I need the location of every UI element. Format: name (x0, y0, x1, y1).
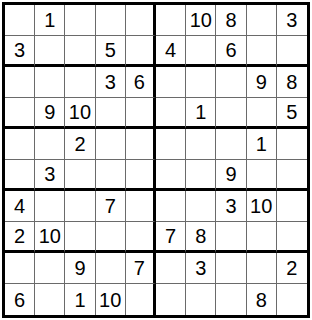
cell-r8c7[interactable]: 8 (186, 222, 216, 253)
cell-r2c4[interactable]: 5 (96, 36, 126, 67)
cell-r1c10[interactable]: 3 (277, 5, 307, 36)
cell-r9c10[interactable]: 2 (277, 253, 307, 284)
cell-r5c1[interactable] (5, 129, 35, 160)
cell-r9c5[interactable]: 7 (126, 253, 156, 284)
cell-r3c7[interactable] (186, 67, 216, 98)
cell-r6c10[interactable] (277, 160, 307, 191)
cell-r3c1[interactable] (5, 67, 35, 98)
cell-r2c2[interactable] (35, 36, 65, 67)
cell-r8c1[interactable]: 2 (5, 222, 35, 253)
cell-r6c4[interactable] (96, 160, 126, 191)
cell-r9c9[interactable] (247, 253, 277, 284)
cell-r3c10[interactable]: 8 (277, 67, 307, 98)
cell-r4c2[interactable]: 9 (35, 98, 65, 129)
cell-r3c4[interactable]: 3 (96, 67, 126, 98)
cell-r3c6[interactable] (156, 67, 186, 98)
cell-r7c2[interactable] (35, 191, 65, 222)
cell-r8c9[interactable] (247, 222, 277, 253)
cell-r2c3[interactable] (65, 36, 95, 67)
cell-r2c10[interactable] (277, 36, 307, 67)
cell-r1c6[interactable] (156, 5, 186, 36)
cell-r10c1[interactable]: 6 (5, 284, 35, 315)
cell-r8c10[interactable] (277, 222, 307, 253)
cell-r5c2[interactable] (35, 129, 65, 160)
cell-r4c7[interactable]: 1 (186, 98, 216, 129)
cell-r5c10[interactable] (277, 129, 307, 160)
cell-r10c4[interactable]: 10 (96, 284, 126, 315)
cell-r9c2[interactable] (35, 253, 65, 284)
cell-r4c1[interactable] (5, 98, 35, 129)
cell-r6c7[interactable] (186, 160, 216, 191)
cell-r7c1[interactable]: 4 (5, 191, 35, 222)
cell-r2c9[interactable] (247, 36, 277, 67)
cell-r1c2[interactable]: 1 (35, 5, 65, 36)
cell-r7c7[interactable] (186, 191, 216, 222)
cell-r2c7[interactable] (186, 36, 216, 67)
cell-r10c2[interactable] (35, 284, 65, 315)
cell-r4c9[interactable] (247, 98, 277, 129)
cell-r9c8[interactable] (216, 253, 246, 284)
cell-r10c8[interactable] (216, 284, 246, 315)
cell-r5c3[interactable]: 2 (65, 129, 95, 160)
cell-r6c9[interactable] (247, 160, 277, 191)
sudoku-board: 1108335463698910152139473102107897326110… (2, 2, 310, 318)
cell-r3c8[interactable] (216, 67, 246, 98)
cell-r9c6[interactable] (156, 253, 186, 284)
cell-r3c9[interactable]: 9 (247, 67, 277, 98)
cell-r8c8[interactable] (216, 222, 246, 253)
cell-r6c3[interactable] (65, 160, 95, 191)
cell-r1c8[interactable]: 8 (216, 5, 246, 36)
cell-r4c4[interactable] (96, 98, 126, 129)
cell-r8c4[interactable] (96, 222, 126, 253)
cell-r7c4[interactable]: 7 (96, 191, 126, 222)
cell-r10c5[interactable] (126, 284, 156, 315)
cell-r6c8[interactable]: 9 (216, 160, 246, 191)
cell-r1c7[interactable]: 10 (186, 5, 216, 36)
cell-r3c5[interactable]: 6 (126, 67, 156, 98)
cell-r5c9[interactable]: 1 (247, 129, 277, 160)
cell-r5c8[interactable] (216, 129, 246, 160)
cell-r8c6[interactable]: 7 (156, 222, 186, 253)
cell-r7c9[interactable]: 10 (247, 191, 277, 222)
cell-r4c6[interactable] (156, 98, 186, 129)
cell-r1c9[interactable] (247, 5, 277, 36)
cell-r7c6[interactable] (156, 191, 186, 222)
cell-r8c5[interactable] (126, 222, 156, 253)
cell-r6c6[interactable] (156, 160, 186, 191)
cell-r8c2[interactable]: 10 (35, 222, 65, 253)
cell-r10c3[interactable]: 1 (65, 284, 95, 315)
cell-r2c8[interactable]: 6 (216, 36, 246, 67)
cell-r5c4[interactable] (96, 129, 126, 160)
cell-r1c3[interactable] (65, 5, 95, 36)
cell-r4c8[interactable] (216, 98, 246, 129)
cell-r7c3[interactable] (65, 191, 95, 222)
cell-r10c10[interactable] (277, 284, 307, 315)
cell-r7c8[interactable]: 3 (216, 191, 246, 222)
cell-r9c1[interactable] (5, 253, 35, 284)
cell-r9c7[interactable]: 3 (186, 253, 216, 284)
cell-r10c7[interactable] (186, 284, 216, 315)
cell-r4c10[interactable]: 5 (277, 98, 307, 129)
cell-r7c5[interactable] (126, 191, 156, 222)
cell-r6c1[interactable] (5, 160, 35, 191)
cell-r3c3[interactable] (65, 67, 95, 98)
cell-r7c10[interactable] (277, 191, 307, 222)
cell-r4c3[interactable]: 10 (65, 98, 95, 129)
cell-r3c2[interactable] (35, 67, 65, 98)
cell-r9c3[interactable]: 9 (65, 253, 95, 284)
cell-r5c7[interactable] (186, 129, 216, 160)
cell-r10c9[interactable]: 8 (247, 284, 277, 315)
cell-r10c6[interactable] (156, 284, 186, 315)
cell-r2c6[interactable]: 4 (156, 36, 186, 67)
cell-r6c5[interactable] (126, 160, 156, 191)
cell-r2c1[interactable]: 3 (5, 36, 35, 67)
cell-r1c1[interactable] (5, 5, 35, 36)
cell-r2c5[interactable] (126, 36, 156, 67)
cell-r5c6[interactable] (156, 129, 186, 160)
cell-r8c3[interactable] (65, 222, 95, 253)
cell-r9c4[interactable] (96, 253, 126, 284)
cell-r5c5[interactable] (126, 129, 156, 160)
cell-r1c5[interactable] (126, 5, 156, 36)
cell-r4c5[interactable] (126, 98, 156, 129)
cell-r6c2[interactable]: 3 (35, 160, 65, 191)
cell-r1c4[interactable] (96, 5, 126, 36)
